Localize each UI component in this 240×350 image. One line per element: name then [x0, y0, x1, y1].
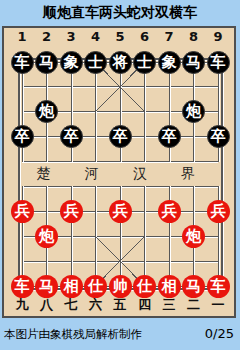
piece-black-elephant: 象	[158, 51, 181, 74]
file-label-bottom-9: 一	[209, 297, 227, 313]
file-label-bottom-7: 三	[160, 297, 178, 313]
piece-red-advisor: 仕	[133, 275, 156, 298]
file-label-top-9: 9	[209, 29, 227, 45]
piece-red-general: 帅	[109, 275, 132, 298]
piece-red-rook: 车	[207, 275, 230, 298]
piece-black-pawn: 卒	[207, 125, 230, 148]
piece-red-elephant: 相	[158, 275, 181, 298]
piece-black-advisor: 士	[84, 51, 107, 74]
file-label-top-6: 6	[136, 29, 154, 45]
file-label-top-7: 7	[160, 29, 178, 45]
piece-red-pawn: 兵	[207, 200, 230, 223]
piece-black-pawn: 卒	[11, 125, 34, 148]
piece-red-pawn: 兵	[158, 200, 181, 223]
piece-red-cannon: 炮	[182, 225, 205, 248]
piece-red-horse: 马	[182, 275, 205, 298]
piece-black-pawn: 卒	[158, 125, 181, 148]
piece-red-elephant: 相	[60, 275, 83, 298]
file-label-top-5: 5	[111, 29, 129, 45]
xiangqi-board: 123456789 九八七六五四三二一 楚河汉界 车马象士将士象马车炮炮卒卒卒卒…	[2, 26, 236, 318]
file-label-top-3: 3	[62, 29, 80, 45]
footer-bar: 本图片由象棋残局解析制作 0/25	[4, 326, 234, 342]
river-char-1: 楚	[36, 166, 52, 181]
piece-black-rook: 车	[207, 51, 230, 74]
file-label-top-8: 8	[185, 29, 203, 45]
piece-red-advisor: 仕	[84, 275, 107, 298]
page-title: 顺炮直车两头蛇对双横车	[0, 4, 240, 22]
piece-black-rook: 车	[11, 51, 34, 74]
piece-red-pawn: 兵	[109, 200, 132, 223]
river-char-4: 界	[180, 166, 196, 181]
piece-black-pawn: 卒	[60, 125, 83, 148]
file-label-bottom-6: 四	[136, 297, 154, 313]
piece-red-pawn: 兵	[11, 200, 34, 223]
piece-red-rook: 车	[11, 275, 34, 298]
file-label-bottom-4: 六	[87, 297, 105, 313]
file-label-top-4: 4	[87, 29, 105, 45]
file-label-top-1: 1	[13, 29, 31, 45]
piece-red-cannon: 炮	[35, 225, 58, 248]
file-label-bottom-3: 七	[62, 297, 80, 313]
credit-text: 本图片由象棋残局解析制作	[4, 327, 142, 342]
piece-red-pawn: 兵	[60, 200, 83, 223]
file-label-bottom-8: 二	[185, 297, 203, 313]
piece-red-horse: 马	[35, 275, 58, 298]
river-char-2: 河	[84, 166, 100, 181]
file-label-bottom-5: 五	[111, 297, 129, 313]
file-label-top-2: 2	[38, 29, 56, 45]
move-counter: 0/25	[205, 326, 234, 341]
piece-black-elephant: 象	[60, 51, 83, 74]
piece-black-pawn: 卒	[109, 125, 132, 148]
piece-black-advisor: 士	[133, 51, 156, 74]
file-label-bottom-1: 九	[13, 297, 31, 313]
river-char-3: 汉	[132, 166, 148, 181]
file-label-bottom-2: 八	[38, 297, 56, 313]
piece-black-horse: 马	[35, 51, 58, 74]
piece-black-general: 将	[109, 51, 132, 74]
piece-black-horse: 马	[182, 51, 205, 74]
